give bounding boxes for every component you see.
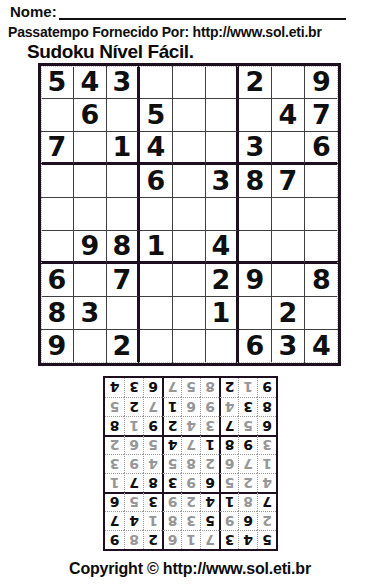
- puzzle-cell-r9c9: 4: [305, 330, 338, 363]
- solution-cell-r7c8: 1: [124, 416, 143, 435]
- solution-cell-r1c6: 6: [162, 530, 181, 549]
- solution-cell-r6c9: 2: [105, 435, 124, 454]
- puzzle-cell-r9c6: [206, 330, 239, 363]
- puzzle-cell-r8c8: 2: [272, 297, 305, 330]
- solution-cell-r8c5: 6: [181, 397, 200, 416]
- puzzle-cell-r9c8: 3: [272, 330, 305, 363]
- puzzle-cell-r2c8: 4: [272, 99, 305, 132]
- puzzle-cell-r3c5: [173, 132, 206, 165]
- puzzle-cell-r3c2: [74, 132, 107, 165]
- puzzle-cell-r5c1: [41, 198, 74, 231]
- solution-cell-r8c7: 7: [143, 397, 162, 416]
- solution-cell-r6c6: 4: [162, 435, 181, 454]
- puzzle-cell-r2c9: 7: [305, 99, 338, 132]
- solution-cell-r9c8: 3: [124, 378, 143, 397]
- sudoku-worksheet-page: Nome: Passatempo Fornecido Por: http://w…: [0, 0, 380, 585]
- solution-cell-r8c6: 1: [162, 397, 181, 416]
- solution-cell-r2c8: 4: [124, 511, 143, 530]
- copyright-line: Copyright © http://www.sol.eti.br: [0, 560, 380, 578]
- puzzle-cell-r8c9: [305, 297, 338, 330]
- puzzle-cell-r5c9: [305, 198, 338, 231]
- solution-cell-r7c1: 6: [257, 416, 276, 435]
- puzzle-cell-r4c4: 6: [140, 165, 173, 198]
- puzzle-cell-r8c4: [140, 297, 173, 330]
- solution-cell-r1c7: 2: [143, 530, 162, 549]
- puzzle-cell-r4c2: [74, 165, 107, 198]
- puzzle-cell-r1c7: 2: [239, 66, 272, 99]
- solution-cell-r5c5: 8: [181, 454, 200, 473]
- solution-cell-r9c7: 6: [143, 378, 162, 397]
- puzzle-cell-r6c1: [41, 231, 74, 264]
- solution-cell-r9c3: 2: [219, 378, 238, 397]
- puzzle-cell-r1c1: 5: [41, 66, 74, 99]
- solution-cell-r3c9: 6: [105, 492, 124, 511]
- solution-cell-r5c7: 4: [143, 454, 162, 473]
- solution-cell-r3c5: 2: [181, 492, 200, 511]
- puzzle-cell-r5c8: [272, 198, 305, 231]
- solution-cell-r6c8: 6: [124, 435, 143, 454]
- puzzle-cell-r4c5: [173, 165, 206, 198]
- solution-cell-r6c4: 1: [200, 435, 219, 454]
- solution-cell-r5c4: 2: [200, 454, 219, 473]
- puzzle-cell-r5c5: [173, 198, 206, 231]
- puzzle-cell-r2c6: [206, 99, 239, 132]
- solution-cell-r9c4: 8: [200, 378, 219, 397]
- sudoku-solution-grid-rotated: 5437162892695381477814293564256938711762…: [103, 376, 278, 551]
- solution-cell-r8c1: 8: [257, 397, 276, 416]
- solution-cell-r3c6: 9: [162, 492, 181, 511]
- solution-cell-r6c7: 5: [143, 435, 162, 454]
- solution-cell-r3c7: 3: [143, 492, 162, 511]
- solution-cell-r4c2: 2: [238, 473, 257, 492]
- puzzle-cell-r2c1: [41, 99, 74, 132]
- solution-cell-r7c9: 8: [105, 416, 124, 435]
- puzzle-cell-r7c7: 9: [239, 264, 272, 297]
- solution-cell-r5c2: 7: [238, 454, 257, 473]
- solution-cell-r5c8: 9: [124, 454, 143, 473]
- solution-cell-r2c4: 5: [200, 511, 219, 530]
- solution-cell-r8c9: 5: [105, 397, 124, 416]
- solution-cell-r9c1: 9: [257, 378, 276, 397]
- solution-cell-r1c3: 3: [219, 530, 238, 549]
- puzzle-cell-r5c7: [239, 198, 272, 231]
- solution-cell-r4c5: 9: [181, 473, 200, 492]
- puzzle-cell-r1c5: [173, 66, 206, 99]
- puzzle-cell-r6c9: [305, 231, 338, 264]
- puzzle-cell-r8c2: 3: [74, 297, 107, 330]
- puzzle-cell-r1c6: [206, 66, 239, 99]
- solution-cell-r2c9: 7: [105, 511, 124, 530]
- puzzle-cell-r7c9: 8: [305, 264, 338, 297]
- solution-cell-r2c6: 8: [162, 511, 181, 530]
- name-row: Nome:: [10, 3, 346, 20]
- solution-cell-r3c2: 8: [238, 492, 257, 511]
- puzzle-cell-r7c5: [173, 264, 206, 297]
- solution-cell-r8c8: 2: [124, 397, 143, 416]
- solution-cell-r7c4: 3: [200, 416, 219, 435]
- solution-cell-r6c2: 9: [238, 435, 257, 454]
- solution-cell-r9c5: 5: [181, 378, 200, 397]
- name-blank-line: [59, 3, 346, 20]
- puzzle-cell-r4c9: [305, 165, 338, 198]
- puzzle-cell-r2c5: [173, 99, 206, 132]
- solution-cell-r2c2: 6: [238, 511, 257, 530]
- solution-cell-r3c8: 5: [124, 492, 143, 511]
- solution-cell-r5c3: 6: [219, 454, 238, 473]
- solution-cell-r2c3: 9: [219, 511, 238, 530]
- puzzle-cell-r6c2: 9: [74, 231, 107, 264]
- puzzle-cell-r6c5: [173, 231, 206, 264]
- puzzle-cell-r2c2: 6: [74, 99, 107, 132]
- puzzle-cell-r6c4: 1: [140, 231, 173, 264]
- puzzle-cell-r9c3: 2: [107, 330, 140, 363]
- puzzle-cell-r1c3: 3: [107, 66, 140, 99]
- puzzle-cell-r4c7: 8: [239, 165, 272, 198]
- solution-cell-r1c5: 1: [181, 530, 200, 549]
- solution-cell-r4c7: 8: [143, 473, 162, 492]
- solution-cell-r5c9: 3: [105, 454, 124, 473]
- puzzle-cell-r8c6: 1: [206, 297, 239, 330]
- puzzle-cell-r6c3: 8: [107, 231, 140, 264]
- solution-cell-r2c5: 3: [181, 511, 200, 530]
- puzzle-cell-r8c1: 8: [41, 297, 74, 330]
- solution-cell-r8c3: 4: [219, 397, 238, 416]
- puzzle-cell-r4c6: 3: [206, 165, 239, 198]
- solution-cell-r6c1: 3: [257, 435, 276, 454]
- puzzle-cell-r3c9: 6: [305, 132, 338, 165]
- solution-cell-r6c3: 8: [219, 435, 238, 454]
- solution-cell-r2c7: 1: [143, 511, 162, 530]
- solution-cell-r3c1: 7: [257, 492, 276, 511]
- puzzle-cell-r9c5: [173, 330, 206, 363]
- solution-cell-r4c3: 5: [219, 473, 238, 492]
- solution-cell-r3c4: 4: [200, 492, 219, 511]
- puzzle-cell-r7c3: 7: [107, 264, 140, 297]
- puzzle-cell-r5c4: [140, 198, 173, 231]
- solution-cell-r4c6: 3: [162, 473, 181, 492]
- puzzle-cell-r6c8: [272, 231, 305, 264]
- solution-cell-r9c6: 7: [162, 378, 181, 397]
- solution-cell-r4c1: 4: [257, 473, 276, 492]
- puzzle-cell-r6c6: 4: [206, 231, 239, 264]
- solution-cell-r4c9: 1: [105, 473, 124, 492]
- puzzle-cell-r1c4: [140, 66, 173, 99]
- puzzle-cell-r7c8: [272, 264, 305, 297]
- solution-cell-r5c6: 5: [162, 454, 181, 473]
- puzzle-cell-r3c7: 3: [239, 132, 272, 165]
- puzzle-cell-r5c3: [107, 198, 140, 231]
- puzzle-cell-r9c4: [140, 330, 173, 363]
- solution-cell-r1c1: 5: [257, 530, 276, 549]
- solution-cell-r9c9: 4: [105, 378, 124, 397]
- puzzle-cell-r3c8: [272, 132, 305, 165]
- solution-cell-r4c4: 6: [200, 473, 219, 492]
- puzzle-cell-r7c2: [74, 264, 107, 297]
- solution-cell-r8c2: 3: [238, 397, 257, 416]
- puzzle-cell-r5c2: [74, 198, 107, 231]
- solution-cell-r1c9: 9: [105, 530, 124, 549]
- solution-cell-r6c5: 7: [181, 435, 200, 454]
- puzzle-cell-r3c6: [206, 132, 239, 165]
- solution-cell-r2c1: 2: [257, 511, 276, 530]
- solution-cell-r7c7: 9: [143, 416, 162, 435]
- puzzle-cell-r6c7: [239, 231, 272, 264]
- puzzle-cell-r7c6: 2: [206, 264, 239, 297]
- puzzle-cell-r3c3: 1: [107, 132, 140, 165]
- puzzle-cell-r4c3: [107, 165, 140, 198]
- solution-cell-r1c4: 7: [200, 530, 219, 549]
- puzzle-cell-r9c1: 9: [41, 330, 74, 363]
- solution-cell-r3c3: 1: [219, 492, 238, 511]
- puzzle-cell-r1c8: [272, 66, 305, 99]
- solution-cell-r1c2: 4: [238, 530, 257, 549]
- solution-cell-r7c3: 7: [219, 416, 238, 435]
- solution-cell-r4c8: 7: [124, 473, 143, 492]
- provider-line: Passatempo Fornecido Por: http://www.sol…: [8, 24, 322, 40]
- puzzle-cell-r2c3: [107, 99, 140, 132]
- solution-cell-r7c2: 5: [238, 416, 257, 435]
- puzzle-cell-r3c1: 7: [41, 132, 74, 165]
- puzzle-cell-r9c2: [74, 330, 107, 363]
- puzzle-cell-r5c6: [206, 198, 239, 231]
- puzzle-cell-r7c4: [140, 264, 173, 297]
- puzzle-cell-r1c9: 9: [305, 66, 338, 99]
- puzzle-cell-r7c1: 6: [41, 264, 74, 297]
- puzzle-cell-r8c7: [239, 297, 272, 330]
- puzzle-cell-r9c7: 6: [239, 330, 272, 363]
- puzzle-cell-r4c8: 7: [272, 165, 305, 198]
- puzzle-cell-r4c1: [41, 165, 74, 198]
- solution-cell-r7c5: 4: [181, 416, 200, 435]
- puzzle-cell-r8c5: [173, 297, 206, 330]
- puzzle-cell-r8c3: [107, 297, 140, 330]
- solution-cell-r7c6: 2: [162, 416, 181, 435]
- solution-cell-r9c2: 1: [238, 378, 257, 397]
- puzzle-cell-r2c7: [239, 99, 272, 132]
- solution-cell-r8c4: 9: [200, 397, 219, 416]
- puzzle-cell-r1c2: 4: [74, 66, 107, 99]
- sudoku-puzzle-grid: 543296547714366387981467298831292634: [38, 63, 341, 366]
- name-label: Nome:: [10, 3, 57, 20]
- puzzle-cell-r2c4: 5: [140, 99, 173, 132]
- page-title: Sudoku Nível Fácil.: [27, 41, 194, 63]
- solution-cell-r1c8: 8: [124, 530, 143, 549]
- solution-cell-r5c1: 1: [257, 454, 276, 473]
- puzzle-cell-r3c4: 4: [140, 132, 173, 165]
